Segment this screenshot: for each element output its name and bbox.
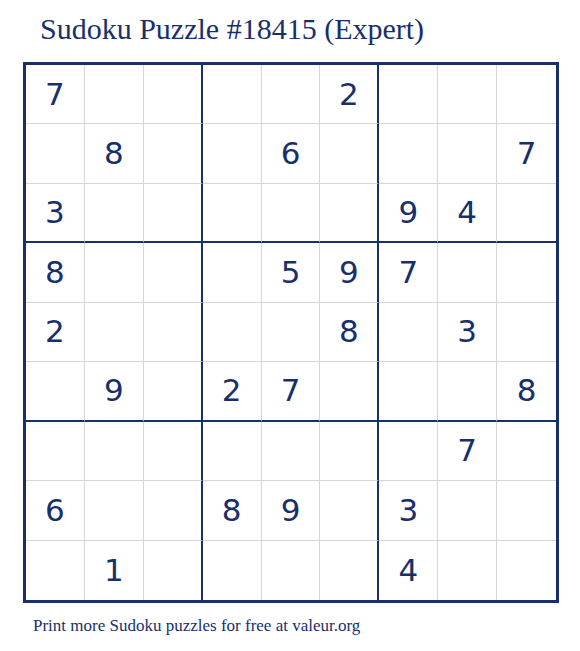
cell-r5c5 <box>262 303 321 362</box>
cell-r5c6: 8 <box>320 303 379 362</box>
cell-r3c1: 3 <box>26 184 85 243</box>
given-digit: 7 <box>45 79 65 110</box>
cell-r7c7 <box>379 422 438 481</box>
cell-r6c2: 9 <box>85 362 144 421</box>
cell-r1c3 <box>144 65 203 124</box>
cell-r2c2: 8 <box>85 124 144 183</box>
cell-r2c1 <box>26 124 85 183</box>
given-digit: 3 <box>457 316 477 347</box>
cell-r2c9: 7 <box>497 124 556 183</box>
given-digit: 8 <box>222 495 242 526</box>
given-digit: 8 <box>104 138 124 169</box>
cell-r2c6 <box>320 124 379 183</box>
cell-r3c7: 9 <box>379 184 438 243</box>
given-digit: 9 <box>281 495 301 526</box>
cell-r8c7: 3 <box>379 481 438 540</box>
cell-r9c7: 4 <box>379 541 438 600</box>
given-digit: 2 <box>339 79 359 110</box>
cell-r1c9 <box>497 65 556 124</box>
cell-r3c9 <box>497 184 556 243</box>
cell-r7c2 <box>85 422 144 481</box>
cell-r3c6 <box>320 184 379 243</box>
cell-r4c1: 8 <box>26 243 85 302</box>
cell-r5c3 <box>144 303 203 362</box>
cell-r5c1: 2 <box>26 303 85 362</box>
cell-r1c4 <box>203 65 262 124</box>
cell-r4c2 <box>85 243 144 302</box>
cell-r2c8 <box>438 124 497 183</box>
cell-r1c8 <box>438 65 497 124</box>
cell-r8c1: 6 <box>26 481 85 540</box>
given-digit: 2 <box>222 375 242 406</box>
cell-r3c3 <box>144 184 203 243</box>
cell-r6c3 <box>144 362 203 421</box>
cell-r8c4: 8 <box>203 481 262 540</box>
given-digit: 9 <box>104 375 124 406</box>
given-digit: 9 <box>398 197 418 228</box>
given-digit: 5 <box>281 257 301 288</box>
cell-r8c2 <box>85 481 144 540</box>
given-digit: 6 <box>281 138 301 169</box>
cell-r7c8: 7 <box>438 422 497 481</box>
cell-r6c7 <box>379 362 438 421</box>
cell-r4c6: 9 <box>320 243 379 302</box>
cell-r7c3 <box>144 422 203 481</box>
cell-r8c3 <box>144 481 203 540</box>
given-digit: 4 <box>398 555 418 586</box>
cell-r1c5 <box>262 65 321 124</box>
cell-r6c9: 8 <box>497 362 556 421</box>
cell-r4c4 <box>203 243 262 302</box>
cell-r9c1 <box>26 541 85 600</box>
given-digit: 9 <box>339 257 359 288</box>
given-digit: 7 <box>398 257 418 288</box>
cell-r9c8 <box>438 541 497 600</box>
cell-r3c4 <box>203 184 262 243</box>
cell-r5c8: 3 <box>438 303 497 362</box>
cell-r9c5 <box>262 541 321 600</box>
cell-r9c4 <box>203 541 262 600</box>
given-digit: 3 <box>45 197 65 228</box>
given-digit: 7 <box>457 435 477 466</box>
cell-r6c1 <box>26 362 85 421</box>
cell-r3c5 <box>262 184 321 243</box>
cell-r6c8 <box>438 362 497 421</box>
cell-r6c5: 7 <box>262 362 321 421</box>
given-digit: 1 <box>104 555 124 586</box>
cell-r8c6 <box>320 481 379 540</box>
cell-r9c2: 1 <box>85 541 144 600</box>
cell-r4c8 <box>438 243 497 302</box>
cell-r5c2 <box>85 303 144 362</box>
given-digit: 4 <box>457 197 477 228</box>
cell-r4c9 <box>497 243 556 302</box>
page-title: Sudoku Puzzle #18415 (Expert) <box>40 12 424 46</box>
cell-r7c6 <box>320 422 379 481</box>
cell-r1c1: 7 <box>26 65 85 124</box>
given-digit: 2 <box>45 316 65 347</box>
cell-r1c2 <box>85 65 144 124</box>
cell-r8c9 <box>497 481 556 540</box>
given-digit: 6 <box>45 495 65 526</box>
cell-r2c3 <box>144 124 203 183</box>
cell-r7c5 <box>262 422 321 481</box>
cell-r4c7: 7 <box>379 243 438 302</box>
cell-r6c4: 2 <box>203 362 262 421</box>
cell-r9c9 <box>497 541 556 600</box>
cell-r5c9 <box>497 303 556 362</box>
cell-r8c5: 9 <box>262 481 321 540</box>
cell-r9c6 <box>320 541 379 600</box>
cell-r6c6 <box>320 362 379 421</box>
cell-r4c5: 5 <box>262 243 321 302</box>
cell-r4c3 <box>144 243 203 302</box>
cell-r7c4 <box>203 422 262 481</box>
given-digit: 3 <box>398 495 418 526</box>
footer-text: Print more Sudoku puzzles for free at va… <box>33 616 360 636</box>
cell-r5c7 <box>379 303 438 362</box>
cell-r7c1 <box>26 422 85 481</box>
cell-r3c2 <box>85 184 144 243</box>
given-digit: 8 <box>45 257 65 288</box>
given-digit: 8 <box>517 375 537 406</box>
cell-r1c6: 2 <box>320 65 379 124</box>
given-digit: 8 <box>339 316 359 347</box>
sudoku-grid: 72867394859728392787689314 <box>23 62 559 603</box>
cell-r3c8: 4 <box>438 184 497 243</box>
given-digit: 7 <box>281 375 301 406</box>
cell-r8c8 <box>438 481 497 540</box>
cell-r5c4 <box>203 303 262 362</box>
cell-r1c7 <box>379 65 438 124</box>
cell-r2c4 <box>203 124 262 183</box>
cell-r2c7 <box>379 124 438 183</box>
cell-r9c3 <box>144 541 203 600</box>
given-digit: 7 <box>517 138 537 169</box>
cell-r7c9 <box>497 422 556 481</box>
cell-r2c5: 6 <box>262 124 321 183</box>
